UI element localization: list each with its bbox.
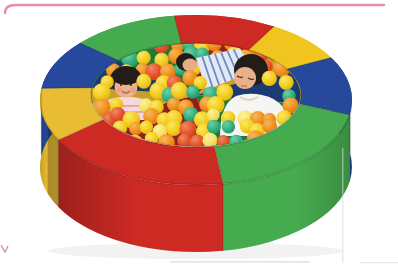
girl-bangs: [114, 73, 138, 85]
ball: [222, 120, 235, 133]
ball: [137, 51, 151, 65]
page-edge-line: [360, 262, 398, 263]
girl-cheek: [117, 88, 122, 93]
ball: [279, 75, 294, 90]
ball: [171, 82, 188, 99]
girl-eye: [130, 84, 132, 86]
child-middle-face: [183, 59, 198, 72]
girl-cheek: [131, 88, 136, 93]
corner-mark: [1, 245, 8, 252]
scene-svg: [0, 0, 398, 270]
ball: [207, 120, 221, 134]
ball-pit-product-photo: [0, 0, 398, 270]
ball: [166, 120, 182, 136]
page-edge-line: [170, 261, 310, 263]
ball: [207, 109, 220, 122]
ball: [93, 83, 111, 101]
ball: [136, 74, 151, 89]
top-border-line: [5, 5, 384, 13]
fold-line: [342, 148, 344, 263]
girl-eye: [120, 84, 122, 86]
ball: [262, 71, 277, 86]
ball: [186, 85, 199, 98]
